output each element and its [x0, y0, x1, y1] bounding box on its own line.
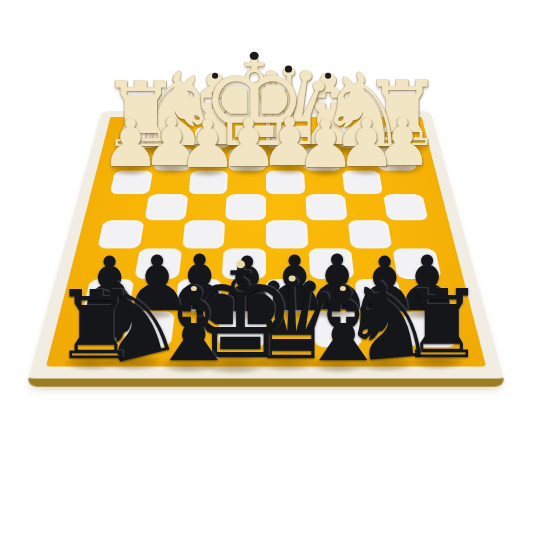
square-e4[interactable] [225, 194, 266, 220]
white-pawn-glyph: ♟ [101, 118, 160, 171]
square-c4[interactable] [305, 194, 347, 220]
piece-black-rook-h8[interactable]: ♜ [53, 288, 138, 364]
black-bishop-glyph: ♝ [297, 283, 389, 365]
black-rook-glyph: ♜ [53, 288, 138, 364]
square-b4[interactable] [344, 194, 388, 220]
square-g4[interactable] [144, 194, 188, 220]
square-f4[interactable] [185, 194, 227, 220]
white-piece-finial [250, 52, 259, 60]
piece-white-pawn-f2[interactable]: ♟ [178, 119, 237, 172]
square-d4[interactable] [266, 194, 307, 220]
square-a4[interactable] [383, 194, 428, 220]
white-pawn-glyph: ♟ [178, 119, 237, 172]
piece-white-pawn-h2[interactable]: ♟ [101, 118, 160, 171]
chess-photo-scene: ♜♞♝♚♛♝♞♜♟♟♟♟♟♟♟♟♟♟♟♟♟♟♟♟♜♞♝♚♛♝♞♜ [0, 0, 533, 533]
white-pawn-glyph: ♟ [296, 119, 355, 172]
piece-black-bishop-c8[interactable]: ♝ [297, 283, 389, 365]
piece-white-pawn-c2[interactable]: ♟ [296, 119, 355, 172]
piece-layer: ♜♞♝♚♛♝♞♜♟♟♟♟♟♟♟♟♟♟♟♟♟♟♟♟♜♞♝♚♛♝♞♜ [0, 0, 533, 533]
square-h4[interactable] [104, 194, 149, 220]
black-bishop-glyph: ♝ [148, 283, 240, 365]
piece-black-bishop-f8[interactable]: ♝ [148, 283, 240, 365]
